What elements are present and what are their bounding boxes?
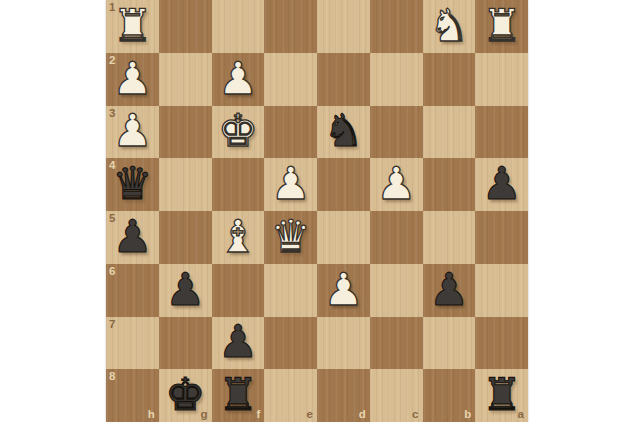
square-c4[interactable]: ♟ [370, 158, 423, 211]
square-c6[interactable] [370, 264, 423, 317]
square-h6[interactable]: 6 [106, 264, 159, 317]
square-d8[interactable]: d [317, 369, 370, 422]
square-a8[interactable]: a♜ [475, 369, 528, 422]
square-c7[interactable] [370, 317, 423, 370]
square-c5[interactable] [370, 211, 423, 264]
square-b5[interactable] [423, 211, 476, 264]
square-d3[interactable]: ♞ [317, 106, 370, 159]
square-e7[interactable] [264, 317, 317, 370]
rank-label-7: 7 [109, 319, 115, 331]
square-f8[interactable]: f♜ [212, 369, 265, 422]
square-e5[interactable]: ♛ [264, 211, 317, 264]
square-f4[interactable] [212, 158, 265, 211]
square-f5[interactable]: ♝ [212, 211, 265, 264]
square-a4[interactable]: ♟ [475, 158, 528, 211]
white-pawn-c4[interactable]: ♟ [376, 161, 416, 206]
square-a6[interactable] [475, 264, 528, 317]
white-pawn-h2[interactable]: ♟ [112, 56, 152, 101]
square-h3[interactable]: 3♟ [106, 106, 159, 159]
white-king-f3[interactable]: ♚ [218, 108, 258, 153]
square-a1[interactable]: ♜ [475, 0, 528, 53]
square-b7[interactable] [423, 317, 476, 370]
black-pawn-b6[interactable]: ♟ [429, 267, 469, 312]
square-d1[interactable] [317, 0, 370, 53]
square-d7[interactable] [317, 317, 370, 370]
square-a7[interactable] [475, 317, 528, 370]
square-a5[interactable] [475, 211, 528, 264]
square-g3[interactable] [159, 106, 212, 159]
square-h5[interactable]: 5♟ [106, 211, 159, 264]
white-pawn-h3[interactable]: ♟ [112, 108, 152, 153]
square-g1[interactable] [159, 0, 212, 53]
white-knight-b1[interactable]: ♞ [429, 3, 469, 48]
black-pawn-a4[interactable]: ♟ [481, 161, 521, 206]
square-a3[interactable] [475, 106, 528, 159]
square-c2[interactable] [370, 53, 423, 106]
square-h8[interactable]: 8h [106, 369, 159, 422]
square-f7[interactable]: ♟ [212, 317, 265, 370]
black-pawn-g6[interactable]: ♟ [165, 267, 205, 312]
square-e1[interactable] [264, 0, 317, 53]
rank-label-6: 6 [109, 266, 115, 278]
black-rook-a8[interactable]: ♜ [481, 372, 521, 417]
square-e4[interactable]: ♟ [264, 158, 317, 211]
white-rook-h1[interactable]: ♜ [112, 3, 152, 48]
black-pawn-f7[interactable]: ♟ [218, 319, 258, 364]
square-e3[interactable] [264, 106, 317, 159]
square-d4[interactable] [317, 158, 370, 211]
square-d5[interactable] [317, 211, 370, 264]
square-g6[interactable]: ♟ [159, 264, 212, 317]
square-b4[interactable] [423, 158, 476, 211]
square-f2[interactable]: ♟ [212, 53, 265, 106]
square-c1[interactable] [370, 0, 423, 53]
file-label-e: e [307, 409, 313, 421]
square-c8[interactable]: c [370, 369, 423, 422]
file-label-d: d [359, 409, 366, 421]
white-queen-e5[interactable]: ♛ [270, 214, 310, 259]
square-h1[interactable]: 1♜ [106, 0, 159, 53]
file-label-h: h [148, 409, 155, 421]
square-e8[interactable]: e [264, 369, 317, 422]
square-f1[interactable] [212, 0, 265, 53]
page-background: { "game": "chess", "position": { "fen": … [0, 0, 634, 422]
square-e2[interactable] [264, 53, 317, 106]
chess-board: 1♜♞♜2♟♟3♟♚♞4♛♟♟♟5♟♝♛6♟♟♟7♟8hg♚f♜edcba♜ [106, 0, 528, 422]
white-pawn-d6[interactable]: ♟ [323, 267, 363, 312]
square-b3[interactable] [423, 106, 476, 159]
white-bishop-f5[interactable]: ♝ [218, 214, 258, 259]
square-e6[interactable] [264, 264, 317, 317]
square-h2[interactable]: 2♟ [106, 53, 159, 106]
square-b8[interactable]: b [423, 369, 476, 422]
square-h4[interactable]: 4♛ [106, 158, 159, 211]
file-label-c: c [412, 409, 418, 421]
white-pawn-f2[interactable]: ♟ [218, 56, 258, 101]
square-g4[interactable] [159, 158, 212, 211]
file-label-b: b [464, 409, 471, 421]
black-queen-h4[interactable]: ♛ [112, 161, 152, 206]
square-h7[interactable]: 7 [106, 317, 159, 370]
black-knight-d3[interactable]: ♞ [323, 108, 363, 153]
black-pawn-h5[interactable]: ♟ [112, 214, 152, 259]
black-king-g8[interactable]: ♚ [165, 372, 205, 417]
square-d6[interactable]: ♟ [317, 264, 370, 317]
square-g5[interactable] [159, 211, 212, 264]
square-g2[interactable] [159, 53, 212, 106]
square-c3[interactable] [370, 106, 423, 159]
black-rook-f8[interactable]: ♜ [218, 372, 258, 417]
square-f3[interactable]: ♚ [212, 106, 265, 159]
square-d2[interactable] [317, 53, 370, 106]
rank-label-8: 8 [109, 371, 115, 383]
square-g7[interactable] [159, 317, 212, 370]
white-rook-a1[interactable]: ♜ [481, 3, 521, 48]
square-b6[interactable]: ♟ [423, 264, 476, 317]
square-a2[interactable] [475, 53, 528, 106]
square-b2[interactable] [423, 53, 476, 106]
square-f6[interactable] [212, 264, 265, 317]
square-b1[interactable]: ♞ [423, 0, 476, 53]
white-pawn-e4[interactable]: ♟ [270, 161, 310, 206]
square-g8[interactable]: g♚ [159, 369, 212, 422]
